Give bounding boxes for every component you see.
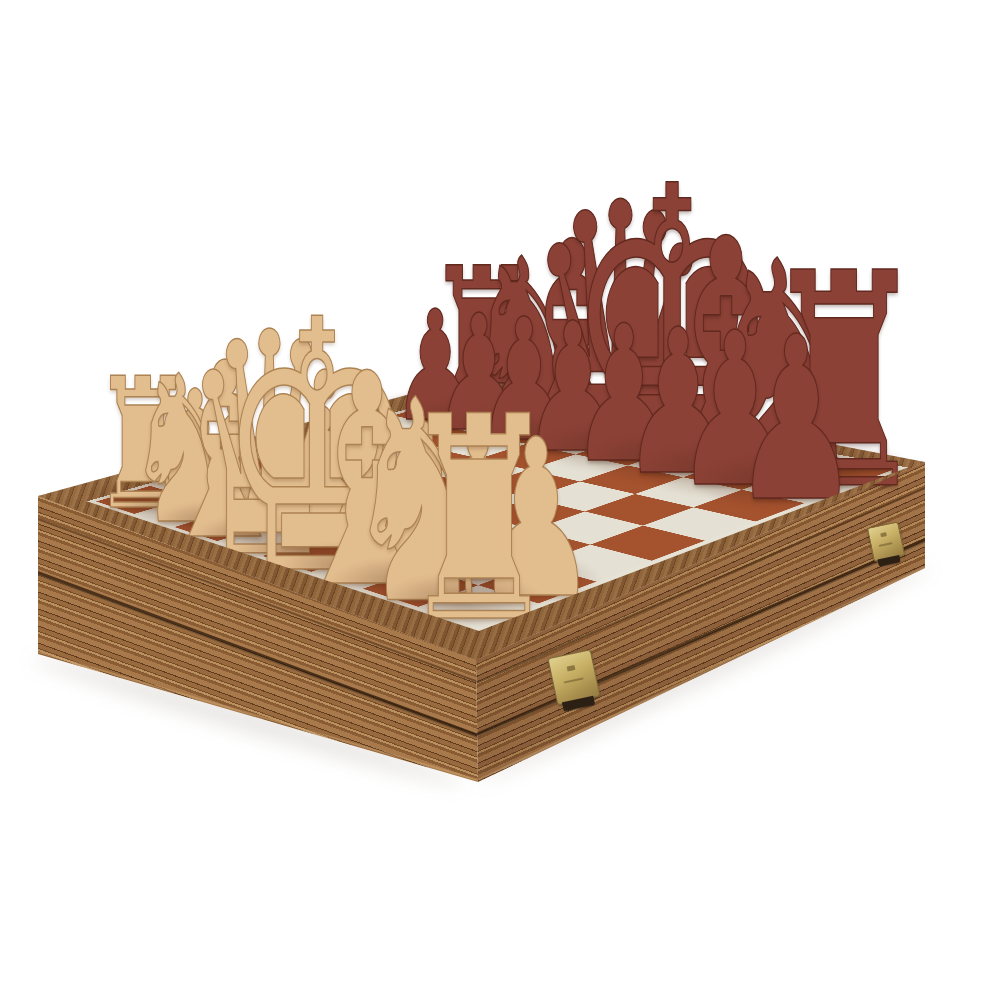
side-clasp-plate [867,521,906,562]
scene: ♜♞♝♛♚♝♞♜♟♟♟♟♟♟♟♟♟♟♟♟♟♟♟♟♜♞♝♛♚♝♞♜ [0,0,1000,1000]
pieces-layer: ♜♞♝♛♚♝♞♜♟♟♟♟♟♟♟♟♟♟♟♟♟♟♟♟♜♞♝♛♚♝♞♜ [0,0,1000,1000]
